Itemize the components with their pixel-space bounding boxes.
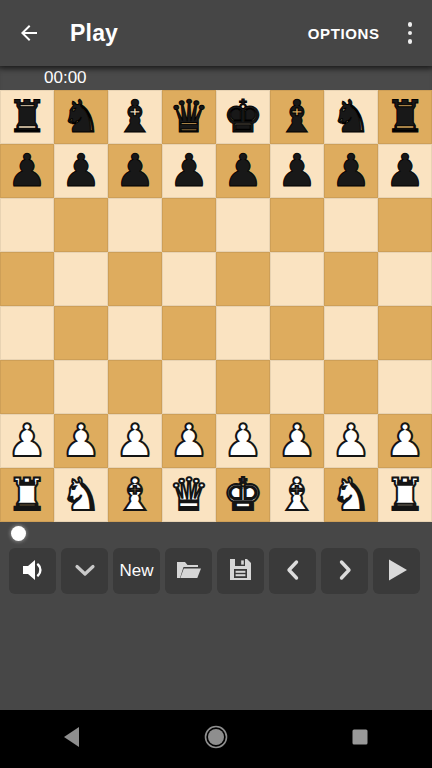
square-h5[interactable]	[378, 252, 432, 306]
square-e8[interactable]: ♚	[216, 90, 270, 144]
square-a6[interactable]	[0, 198, 54, 252]
square-b2[interactable]: ♟	[54, 414, 108, 468]
square-e5[interactable]	[216, 252, 270, 306]
square-c1[interactable]: ♝	[108, 468, 162, 522]
square-d2[interactable]: ♟	[162, 414, 216, 468]
piece-bp: ♟	[378, 144, 432, 198]
options-button[interactable]: OPTIONS	[304, 19, 384, 48]
piece-bn: ♞	[324, 90, 378, 144]
square-g8[interactable]: ♞	[324, 90, 378, 144]
nav-back-button[interactable]	[0, 710, 144, 768]
square-b3[interactable]	[54, 360, 108, 414]
square-e1[interactable]: ♚	[216, 468, 270, 522]
square-c8[interactable]: ♝	[108, 90, 162, 144]
piece-wk: ♚	[216, 468, 270, 522]
square-h8[interactable]: ♜	[378, 90, 432, 144]
app-bar: Play OPTIONS	[0, 0, 432, 66]
piece-wp: ♟	[216, 414, 270, 468]
square-d4[interactable]	[162, 306, 216, 360]
square-d7[interactable]: ♟	[162, 144, 216, 198]
piece-br: ♜	[378, 90, 432, 144]
square-f5[interactable]	[270, 252, 324, 306]
play-icon	[384, 557, 410, 586]
open-button[interactable]	[165, 548, 212, 594]
page-title: Play	[70, 20, 118, 47]
piece-br: ♜	[0, 90, 54, 144]
square-h1[interactable]: ♜	[378, 468, 432, 522]
clock-strip: 00:00	[0, 66, 432, 90]
square-g2[interactable]: ♟	[324, 414, 378, 468]
square-h4[interactable]	[378, 306, 432, 360]
white-clock: 00:00	[44, 68, 87, 88]
square-h6[interactable]	[378, 198, 432, 252]
nav-recents-icon	[352, 729, 368, 749]
square-f6[interactable]	[270, 198, 324, 252]
square-g7[interactable]: ♟	[324, 144, 378, 198]
square-e6[interactable]	[216, 198, 270, 252]
square-g4[interactable]	[324, 306, 378, 360]
save-button[interactable]	[217, 548, 264, 594]
square-f4[interactable]	[270, 306, 324, 360]
piece-wb: ♝	[108, 468, 162, 522]
overflow-menu-icon[interactable]	[404, 18, 417, 48]
square-c2[interactable]: ♟	[108, 414, 162, 468]
square-e7[interactable]: ♟	[216, 144, 270, 198]
piece-wb: ♝	[270, 468, 324, 522]
piece-bp: ♟	[0, 144, 54, 198]
square-f3[interactable]	[270, 360, 324, 414]
piece-bp: ♟	[270, 144, 324, 198]
collapse-button[interactable]	[61, 548, 108, 594]
square-c6[interactable]	[108, 198, 162, 252]
chevron-left-icon	[281, 558, 305, 585]
square-f2[interactable]: ♟	[270, 414, 324, 468]
chevron-down-icon	[72, 557, 98, 586]
square-d8[interactable]: ♛	[162, 90, 216, 144]
square-d5[interactable]	[162, 252, 216, 306]
piece-wp: ♟	[0, 414, 54, 468]
square-a8[interactable]: ♜	[0, 90, 54, 144]
piece-wn: ♞	[54, 468, 108, 522]
save-floppy-icon	[227, 556, 254, 586]
piece-wp: ♟	[270, 414, 324, 468]
square-b7[interactable]: ♟	[54, 144, 108, 198]
square-d1[interactable]: ♛	[162, 468, 216, 522]
piece-wp: ♟	[162, 414, 216, 468]
nav-home-icon	[204, 725, 228, 753]
chevron-right-icon	[333, 558, 357, 585]
piece-bb: ♝	[270, 90, 324, 144]
chess-board: ♜♞♝♛♚♝♞♜♟♟♟♟♟♟♟♟♟♟♟♟♟♟♟♟♜♞♝♛♚♝♞♜	[0, 90, 432, 522]
piece-bb: ♝	[108, 90, 162, 144]
nav-back-icon	[63, 727, 81, 751]
square-e4[interactable]	[216, 306, 270, 360]
toolbar: New	[0, 548, 432, 594]
piece-wr: ♜	[0, 468, 54, 522]
square-a7[interactable]: ♟	[0, 144, 54, 198]
square-e2[interactable]: ♟	[216, 414, 270, 468]
square-g1[interactable]: ♞	[324, 468, 378, 522]
square-h7[interactable]: ♟	[378, 144, 432, 198]
piece-bk: ♚	[216, 90, 270, 144]
square-g3[interactable]	[324, 360, 378, 414]
square-f1[interactable]: ♝	[270, 468, 324, 522]
piece-bp: ♟	[162, 144, 216, 198]
piece-wr: ♜	[378, 468, 432, 522]
nav-recents-button[interactable]	[288, 710, 432, 768]
sound-button[interactable]	[9, 548, 56, 594]
piece-bp: ♟	[108, 144, 162, 198]
speaker-icon	[19, 556, 47, 587]
piece-bp: ♟	[54, 144, 108, 198]
piece-wp: ♟	[324, 414, 378, 468]
square-a1[interactable]: ♜	[0, 468, 54, 522]
piece-bq: ♛	[162, 90, 216, 144]
new-game-button[interactable]: New	[113, 548, 160, 594]
square-b6[interactable]	[54, 198, 108, 252]
piece-wn: ♞	[324, 468, 378, 522]
square-b8[interactable]: ♞	[54, 90, 108, 144]
square-b4[interactable]	[54, 306, 108, 360]
square-a2[interactable]: ♟	[0, 414, 54, 468]
square-f8[interactable]: ♝	[270, 90, 324, 144]
square-a4[interactable]	[0, 306, 54, 360]
back-arrow-icon[interactable]	[16, 20, 42, 46]
content-area: New	[0, 522, 432, 710]
square-g6[interactable]	[324, 198, 378, 252]
square-d3[interactable]	[162, 360, 216, 414]
square-g5[interactable]	[324, 252, 378, 306]
square-f7[interactable]: ♟	[270, 144, 324, 198]
square-c4[interactable]	[108, 306, 162, 360]
square-c7[interactable]: ♟	[108, 144, 162, 198]
nav-home-button[interactable]	[144, 710, 288, 768]
move-slider-thumb[interactable]	[11, 526, 26, 541]
piece-bn: ♞	[54, 90, 108, 144]
square-c5[interactable]	[108, 252, 162, 306]
android-navbar	[0, 710, 432, 768]
open-folder-icon	[174, 555, 204, 588]
piece-wp: ♟	[108, 414, 162, 468]
play-button[interactable]	[373, 548, 420, 594]
app: Play OPTIONS 00:00 ♜♞♝♛♚♝♞♜♟♟♟♟♟♟♟♟♟♟♟♟♟…	[0, 0, 432, 768]
piece-wq: ♛	[162, 468, 216, 522]
square-d6[interactable]	[162, 198, 216, 252]
square-b5[interactable]	[54, 252, 108, 306]
piece-wp: ♟	[54, 414, 108, 468]
piece-bp: ♟	[324, 144, 378, 198]
piece-wp: ♟	[378, 414, 432, 468]
square-b1[interactable]: ♞	[54, 468, 108, 522]
step-forward-button[interactable]	[321, 548, 368, 594]
square-h2[interactable]: ♟	[378, 414, 432, 468]
square-e3[interactable]	[216, 360, 270, 414]
square-a3[interactable]	[0, 360, 54, 414]
square-a5[interactable]	[0, 252, 54, 306]
square-c3[interactable]	[108, 360, 162, 414]
square-h3[interactable]	[378, 360, 432, 414]
piece-bp: ♟	[216, 144, 270, 198]
step-back-button[interactable]	[269, 548, 316, 594]
